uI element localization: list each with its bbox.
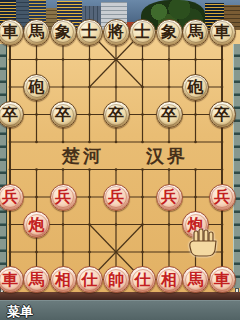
- piece-red-soldier[interactable]: 兵: [156, 184, 183, 211]
- piece-black-advisor[interactable]: 士: [76, 19, 103, 46]
- river-label-right: 汉界: [146, 145, 188, 166]
- piece-black-advisor[interactable]: 士: [129, 19, 156, 46]
- hand-cursor: [187, 227, 219, 257]
- piece-black-horse[interactable]: 馬: [23, 19, 50, 46]
- piece-red-chariot[interactable]: 車: [209, 266, 236, 293]
- river-label-left: 楚河: [62, 145, 104, 166]
- piece-black-soldier[interactable]: 卒: [103, 101, 130, 128]
- piece-red-horse[interactable]: 馬: [182, 266, 209, 293]
- piece-black-cannon[interactable]: 砲: [182, 74, 209, 101]
- piece-black-chariot[interactable]: 車: [209, 19, 236, 46]
- piece-black-soldier[interactable]: 卒: [156, 101, 183, 128]
- menu-softkey[interactable]: 菜单: [7, 303, 33, 320]
- piece-red-general[interactable]: 帥: [103, 266, 130, 293]
- piece-red-horse[interactable]: 馬: [23, 266, 50, 293]
- softkey-bar: 菜单: [0, 300, 240, 320]
- piece-black-soldier[interactable]: 卒: [0, 101, 24, 128]
- piece-red-soldier[interactable]: 兵: [50, 184, 77, 211]
- piece-black-soldier[interactable]: 卒: [209, 101, 236, 128]
- piece-red-soldier[interactable]: 兵: [209, 184, 236, 211]
- piece-red-soldier[interactable]: 兵: [0, 184, 24, 211]
- piece-black-elephant[interactable]: 象: [50, 19, 77, 46]
- piece-red-elephant[interactable]: 相: [50, 266, 77, 293]
- piece-red-cannon[interactable]: 炮: [23, 211, 50, 238]
- game-screen: 楚河 汉界 車馬象士將士象馬車砲砲卒卒卒卒卒兵兵兵兵兵炮炮車馬相仕帥仕相馬車 菜…: [0, 0, 240, 320]
- piece-red-elephant[interactable]: 相: [156, 266, 183, 293]
- piece-black-chariot[interactable]: 車: [0, 19, 24, 46]
- board-bottom-edge: [0, 292, 240, 300]
- piece-black-general[interactable]: 將: [103, 19, 130, 46]
- piece-black-soldier[interactable]: 卒: [50, 101, 77, 128]
- piece-black-horse[interactable]: 馬: [182, 19, 209, 46]
- piece-black-elephant[interactable]: 象: [156, 19, 183, 46]
- piece-red-soldier[interactable]: 兵: [103, 184, 130, 211]
- piece-red-advisor[interactable]: 仕: [129, 266, 156, 293]
- piece-red-chariot[interactable]: 車: [0, 266, 24, 293]
- piece-black-cannon[interactable]: 砲: [23, 74, 50, 101]
- piece-red-advisor[interactable]: 仕: [76, 266, 103, 293]
